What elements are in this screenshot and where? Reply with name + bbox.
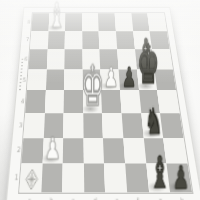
board-square bbox=[82, 31, 100, 50]
board-square bbox=[63, 138, 84, 164]
white-king-glyph: ♚ bbox=[81, 59, 104, 115]
board-square bbox=[83, 113, 103, 137]
board-square bbox=[115, 13, 133, 31]
board-square bbox=[21, 138, 43, 164]
board-square bbox=[65, 49, 83, 69]
board-square bbox=[125, 164, 149, 192]
board-square bbox=[28, 49, 47, 69]
board-square bbox=[30, 31, 48, 50]
board-square bbox=[62, 164, 84, 192]
file-label: d bbox=[93, 196, 97, 200]
board-square bbox=[83, 138, 104, 164]
board-square bbox=[65, 31, 82, 50]
chessboard: ♝♚♟♟♟♚♝♞♝♟ 87654321 abcdefgh bbox=[5, 7, 200, 200]
black-pawn-glyph: ♟ bbox=[173, 162, 190, 194]
board-square bbox=[98, 13, 116, 31]
board-square bbox=[120, 91, 141, 114]
board-square bbox=[101, 91, 121, 114]
black-pawn: ♟ bbox=[167, 164, 192, 192]
board-square bbox=[45, 91, 65, 114]
board-square bbox=[160, 113, 183, 137]
rank-label: 1 bbox=[14, 174, 18, 182]
board-square bbox=[123, 138, 146, 164]
white-bishop-glyph: ♝ bbox=[49, 0, 65, 32]
white-pawn: ♟ bbox=[42, 138, 63, 164]
black-pawn: ♟ bbox=[119, 69, 139, 90]
file-label: f bbox=[137, 196, 140, 200]
board-square bbox=[64, 69, 83, 90]
file-label: a bbox=[28, 196, 32, 200]
board-square bbox=[47, 49, 65, 69]
photo-scene: ♝♚♟♟♟♚♝♞♝♟ 87654321 abcdefgh bbox=[0, 0, 200, 200]
board-square bbox=[147, 13, 166, 31]
board-square bbox=[84, 164, 106, 192]
board-square bbox=[41, 164, 63, 192]
rank-label: 4 bbox=[21, 99, 25, 105]
board-square bbox=[102, 113, 123, 137]
board-square bbox=[99, 31, 117, 50]
board-square bbox=[46, 69, 65, 90]
rank-label: 3 bbox=[19, 122, 23, 129]
file-label: g bbox=[158, 196, 163, 200]
board-square bbox=[103, 138, 125, 164]
rank-label: 8 bbox=[27, 20, 30, 25]
black-knight: ♞ bbox=[141, 113, 163, 137]
black-king-glyph: ♚ bbox=[137, 38, 160, 92]
white-pawn-glyph: ♟ bbox=[45, 135, 61, 165]
black-king: ♚ bbox=[137, 69, 158, 90]
black-knight-glyph: ♞ bbox=[144, 103, 162, 139]
file-label: b bbox=[50, 196, 54, 200]
white-king: ♚ bbox=[83, 91, 103, 114]
black-pawn-glyph: ♟ bbox=[122, 64, 136, 91]
board-square bbox=[47, 31, 65, 50]
black-bishop: ♝ bbox=[146, 164, 170, 192]
rank-label: 6 bbox=[24, 57, 27, 62]
rank-label: 5 bbox=[23, 77, 27, 83]
board-square bbox=[116, 31, 135, 50]
board-square bbox=[122, 113, 144, 137]
file-label: e bbox=[115, 196, 119, 200]
white-bishop: ♝ bbox=[48, 13, 65, 31]
board-square bbox=[23, 113, 44, 137]
board-square bbox=[63, 113, 83, 137]
board-square bbox=[27, 69, 47, 90]
file-label: c bbox=[71, 196, 74, 200]
rank-label: 2 bbox=[17, 147, 21, 154]
board-square bbox=[65, 13, 82, 31]
board-square bbox=[82, 13, 99, 31]
board-square bbox=[25, 91, 45, 114]
file-label: h bbox=[180, 196, 185, 200]
black-bishop-glyph: ♝ bbox=[149, 150, 170, 194]
rank-label: 7 bbox=[26, 37, 29, 42]
board-square bbox=[104, 164, 127, 192]
white-pawn-glyph: ♟ bbox=[104, 64, 118, 91]
board-grid: ♝♚♟♟♟♚♝♞♝♟ bbox=[19, 13, 191, 192]
